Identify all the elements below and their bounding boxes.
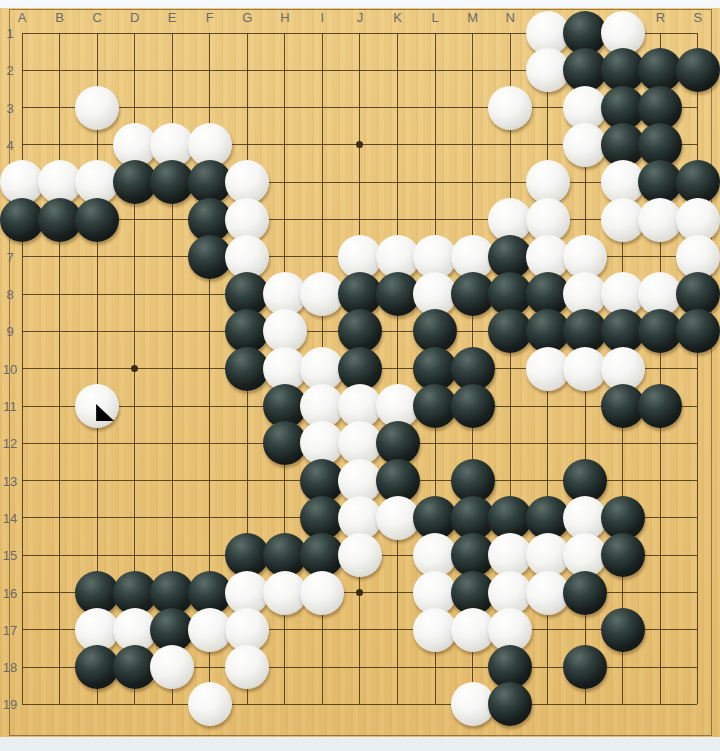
- row-label-11: 11: [3, 400, 17, 413]
- column-label-I: I: [321, 11, 325, 24]
- column-label-H: H: [280, 11, 289, 24]
- row-label-19: 19: [3, 698, 17, 711]
- white-stone-E18: [150, 645, 194, 689]
- column-label-E: E: [168, 11, 177, 24]
- column-label-G: G: [242, 11, 252, 24]
- column-label-S: S: [694, 11, 703, 24]
- column-label-K: K: [393, 11, 402, 24]
- row-label-4: 4: [6, 138, 13, 151]
- star-point-J16: [356, 589, 363, 596]
- column-label-F: F: [206, 11, 214, 24]
- row-label-14: 14: [3, 511, 17, 524]
- column-label-A: A: [18, 11, 27, 24]
- black-stone-P18: [563, 645, 607, 689]
- black-stone-R11: [638, 384, 682, 428]
- star-point-J4: [356, 141, 363, 148]
- column-label-M: M: [467, 11, 478, 24]
- grid-vline: [397, 33, 398, 704]
- row-label-18: 18: [3, 661, 17, 674]
- row-label-3: 3: [6, 101, 13, 114]
- go-board[interactable]: ABCDEFGHIJKLMNOPQRS 12345678910111213141…: [0, 8, 720, 737]
- row-label-1: 1: [6, 27, 13, 40]
- white-stone-N3: [488, 86, 532, 130]
- column-label-B: B: [55, 11, 64, 24]
- row-label-15: 15: [3, 549, 17, 562]
- column-label-D: D: [130, 11, 139, 24]
- row-label-16: 16: [3, 586, 17, 599]
- bottom-margin-strip: [0, 737, 720, 751]
- white-stone-J15: [338, 533, 382, 577]
- black-stone-S9: [676, 309, 720, 353]
- top-margin-strip: [0, 0, 720, 8]
- black-stone-S2: [676, 48, 720, 92]
- black-stone-P16: [563, 571, 607, 615]
- white-stone-C11: [75, 384, 119, 428]
- black-stone-N19: [488, 682, 532, 726]
- row-label-12: 12: [3, 437, 17, 450]
- white-stone-G18: [225, 645, 269, 689]
- black-stone-M11: [451, 384, 495, 428]
- go-app: ABCDEFGHIJKLMNOPQRS 12345678910111213141…: [0, 0, 720, 751]
- row-label-8: 8: [6, 288, 13, 301]
- row-label-13: 13: [3, 474, 17, 487]
- column-label-L: L: [431, 11, 438, 24]
- column-label-C: C: [92, 11, 101, 24]
- star-point-D10: [131, 365, 138, 372]
- last-move-marker-icon: [96, 404, 114, 421]
- row-label-2: 2: [6, 64, 13, 77]
- column-label-N: N: [505, 11, 514, 24]
- row-label-17: 17: [3, 623, 17, 636]
- row-label-7: 7: [6, 250, 13, 263]
- black-stone-Q17: [601, 608, 645, 652]
- black-stone-C6: [75, 198, 119, 242]
- row-label-9: 9: [6, 325, 13, 338]
- column-label-R: R: [656, 11, 665, 24]
- white-stone-C3: [75, 86, 119, 130]
- grid-vline: [697, 33, 698, 704]
- black-stone-Q15: [601, 533, 645, 577]
- white-stone-F19: [188, 682, 232, 726]
- grid-hline: [22, 704, 698, 705]
- row-label-10: 10: [3, 362, 17, 375]
- white-stone-I16: [300, 571, 344, 615]
- column-label-J: J: [357, 11, 364, 24]
